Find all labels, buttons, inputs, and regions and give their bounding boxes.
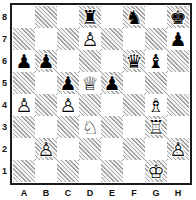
square-b6[interactable]: ♟ (35, 50, 57, 72)
square-h3[interactable] (167, 116, 189, 138)
file-label-e: E (101, 188, 123, 200)
square-b7[interactable] (35, 28, 57, 50)
square-a8[interactable] (13, 6, 35, 28)
piece-white-pawn: ♙ (79, 28, 101, 50)
square-f5[interactable] (123, 72, 145, 94)
rank-label-8: 8 (0, 6, 9, 28)
piece-white-rook: ♖ (145, 116, 167, 138)
square-f6[interactable]: ♛ (123, 50, 145, 72)
square-h8[interactable]: ♚ (167, 6, 189, 28)
square-a2[interactable] (13, 138, 35, 160)
square-d8[interactable]: ♜ (79, 6, 101, 28)
square-g2[interactable] (145, 138, 167, 160)
piece-black-pawn: ♟ (13, 50, 35, 72)
square-f1[interactable] (123, 160, 145, 182)
square-f7[interactable] (123, 28, 145, 50)
square-g7[interactable] (145, 28, 167, 50)
square-f3[interactable] (123, 116, 145, 138)
square-b5[interactable] (35, 72, 57, 94)
square-c5[interactable]: ♟ (57, 72, 79, 94)
square-g1[interactable]: ♔ (145, 160, 167, 182)
square-b8[interactable] (35, 6, 57, 28)
square-e2[interactable] (101, 138, 123, 160)
square-g4[interactable]: ♗ (145, 94, 167, 116)
piece-white-knight: ♘ (79, 116, 101, 138)
piece-black-pawn: ♟ (57, 72, 79, 94)
square-g6[interactable]: ♝ (145, 50, 167, 72)
square-b4[interactable] (35, 94, 57, 116)
square-d1[interactable] (79, 160, 101, 182)
square-f8[interactable]: ♞ (123, 6, 145, 28)
square-c6[interactable] (57, 50, 79, 72)
square-e8[interactable] (101, 6, 123, 28)
rank-label-3: 3 (0, 116, 9, 138)
piece-white-pawn: ♙ (13, 94, 35, 116)
square-h2[interactable]: ♙ (167, 138, 189, 160)
file-label-c: C (57, 188, 79, 200)
file-label-a: A (13, 188, 35, 200)
piece-black-pawn: ♟ (101, 72, 123, 94)
file-label-g: G (145, 188, 167, 200)
square-a7[interactable] (13, 28, 35, 50)
square-g5[interactable] (145, 72, 167, 94)
square-e5[interactable]: ♟ (101, 72, 123, 94)
piece-black-pawn: ♟ (167, 28, 189, 50)
chess-board: ♜♞♚♙♟♟♟♛♝♟♕♟♙♙♗♘♖♙♙♔ (13, 6, 189, 182)
piece-black-queen: ♛ (123, 50, 145, 72)
piece-white-king: ♔ (145, 160, 167, 182)
piece-white-pawn: ♙ (167, 138, 189, 160)
square-e4[interactable] (101, 94, 123, 116)
square-e3[interactable] (101, 116, 123, 138)
square-c4[interactable]: ♙ (57, 94, 79, 116)
piece-white-pawn: ♙ (57, 94, 79, 116)
square-h4[interactable] (167, 94, 189, 116)
rank-label-6: 6 (0, 50, 9, 72)
square-d3[interactable]: ♘ (79, 116, 101, 138)
board-frame: ♜♞♚♙♟♟♟♛♝♟♕♟♙♙♗♘♖♙♙♔ (10, 3, 192, 185)
file-label-d: D (79, 188, 101, 200)
square-d7[interactable]: ♙ (79, 28, 101, 50)
square-h1[interactable] (167, 160, 189, 182)
piece-black-knight: ♞ (123, 6, 145, 28)
square-a1[interactable] (13, 160, 35, 182)
rank-label-2: 2 (0, 138, 9, 160)
file-label-b: B (35, 188, 57, 200)
square-b2[interactable]: ♙ (35, 138, 57, 160)
square-e6[interactable] (101, 50, 123, 72)
square-c7[interactable] (57, 28, 79, 50)
piece-black-rook: ♜ (79, 6, 101, 28)
square-e1[interactable] (101, 160, 123, 182)
square-e7[interactable] (101, 28, 123, 50)
file-label-f: F (123, 188, 145, 200)
square-h5[interactable] (167, 72, 189, 94)
rank-label-4: 4 (0, 94, 9, 116)
square-g3[interactable]: ♖ (145, 116, 167, 138)
diagram-layout: 87654321 ♜♞♚♙♟♟♟♛♝♟♕♟♙♙♗♘♖♙♙♔ ABCDEFGH (0, 3, 196, 200)
square-c3[interactable] (57, 116, 79, 138)
rank-labels: 87654321 (0, 3, 10, 185)
chess-diagram: 87654321 ♜♞♚♙♟♟♟♛♝♟♕♟♙♙♗♘♖♙♙♔ ABCDEFGH (0, 0, 196, 200)
square-h6[interactable] (167, 50, 189, 72)
piece-black-bishop: ♝ (145, 50, 167, 72)
square-b1[interactable] (35, 160, 57, 182)
square-d2[interactable] (79, 138, 101, 160)
file-labels: ABCDEFGH (10, 188, 192, 200)
square-a3[interactable] (13, 116, 35, 138)
square-h7[interactable]: ♟ (167, 28, 189, 50)
piece-white-pawn: ♙ (35, 138, 57, 160)
square-f2[interactable] (123, 138, 145, 160)
square-a4[interactable]: ♙ (13, 94, 35, 116)
piece-white-queen: ♕ (79, 72, 101, 94)
square-d6[interactable] (79, 50, 101, 72)
square-a5[interactable] (13, 72, 35, 94)
square-c8[interactable] (57, 6, 79, 28)
piece-black-king: ♚ (167, 6, 189, 28)
square-a6[interactable]: ♟ (13, 50, 35, 72)
square-c2[interactable] (57, 138, 79, 160)
square-b3[interactable] (35, 116, 57, 138)
rank-label-7: 7 (0, 28, 9, 50)
file-label-h: H (167, 188, 189, 200)
square-c1[interactable] (57, 160, 79, 182)
rank-label-1: 1 (0, 160, 9, 182)
square-f4[interactable] (123, 94, 145, 116)
square-d4[interactable] (79, 94, 101, 116)
rank-label-5: 5 (0, 72, 9, 94)
square-d5[interactable]: ♕ (79, 72, 101, 94)
piece-white-bishop: ♗ (145, 94, 167, 116)
piece-black-pawn: ♟ (35, 50, 57, 72)
square-g8[interactable] (145, 6, 167, 28)
